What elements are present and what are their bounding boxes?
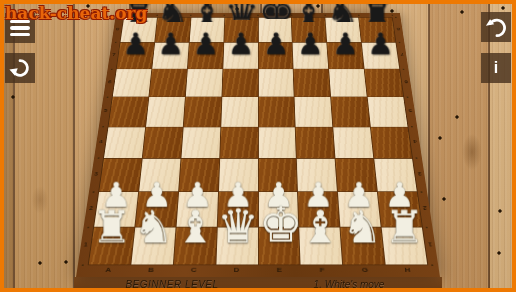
piece-black-pawn[interactable]: ♟ <box>188 28 222 57</box>
piece-black-pawn[interactable]: ♟ <box>223 28 257 57</box>
file-label-g: G <box>343 266 386 274</box>
menu-button[interactable] <box>5 13 35 43</box>
square-g6[interactable] <box>329 69 367 96</box>
frame-screw <box>399 42 401 43</box>
piece-white-knight[interactable]: ♞ <box>342 203 383 248</box>
frame-screw <box>98 158 100 159</box>
square-g1[interactable]: ♞ <box>341 227 385 264</box>
frame-screw <box>107 96 109 97</box>
square-c5[interactable] <box>183 97 221 126</box>
info-icon: i <box>494 60 498 76</box>
piece-black-pawn[interactable]: ♟ <box>258 28 292 57</box>
frame-screw <box>431 264 433 266</box>
square-d7[interactable]: ♟ <box>223 43 258 69</box>
square-f7[interactable]: ♟ <box>293 43 329 69</box>
frame-screw <box>420 191 422 192</box>
rank-label-right-4: 4 <box>410 139 420 144</box>
square-g5[interactable] <box>331 97 370 126</box>
rotate-board-icon <box>9 57 31 79</box>
hamburger-menu-icon <box>10 20 30 24</box>
square-g7[interactable]: ♟ <box>327 43 363 69</box>
square-h5[interactable] <box>368 97 408 126</box>
square-c4[interactable] <box>181 127 220 158</box>
square-f1[interactable]: ♝ <box>300 227 343 264</box>
frame-screw <box>416 158 418 159</box>
undo-button[interactable] <box>481 12 511 42</box>
board-perspective-wrapper: ♜♞♝♛♚♝♞♜♟♟♟♟♟♟♟♟♟♟♟♟♟♟♟♟♜♞♝♛♚♝♞♜ 8877665… <box>0 0 516 292</box>
square-g4[interactable] <box>333 127 373 158</box>
square-a7[interactable]: ♟ <box>117 43 154 69</box>
square-d6[interactable] <box>222 69 258 96</box>
piece-white-rook[interactable]: ♜ <box>91 203 132 248</box>
move-indicator: 1. White's move <box>279 279 419 290</box>
square-b1[interactable]: ♞ <box>131 227 175 264</box>
square-b4[interactable] <box>143 127 183 158</box>
square-b7[interactable]: ♟ <box>152 43 188 69</box>
frame-screw <box>111 68 113 69</box>
square-h7[interactable]: ♟ <box>362 43 399 69</box>
frame-screw <box>403 68 405 69</box>
square-e7[interactable]: ♟ <box>258 43 293 69</box>
square-c7[interactable]: ♟ <box>188 43 224 69</box>
piece-white-queen[interactable]: ♛ <box>217 201 258 248</box>
level-label: BEGINNER LEVEL <box>102 279 242 290</box>
frame-screw <box>407 96 409 97</box>
square-h1[interactable]: ♜ <box>382 227 427 264</box>
piece-white-rook[interactable]: ♜ <box>384 203 425 248</box>
rank-label-right-6: 6 <box>402 80 411 84</box>
square-a6[interactable] <box>113 69 152 96</box>
frame-screw <box>115 42 117 43</box>
piece-white-bishop[interactable]: ♝ <box>300 203 341 248</box>
square-h4[interactable] <box>371 127 412 158</box>
square-d5[interactable] <box>221 97 258 126</box>
piece-black-pawn[interactable]: ♟ <box>363 28 397 57</box>
square-e6[interactable] <box>258 69 294 96</box>
file-label-d: D <box>215 266 258 274</box>
piece-white-king[interactable]: ♚ <box>258 199 299 248</box>
square-f6[interactable] <box>294 69 331 96</box>
square-c6[interactable] <box>186 69 223 96</box>
frame-screw <box>119 17 121 18</box>
rank-label-right-7: 7 <box>398 53 407 57</box>
frame-screw <box>411 126 413 127</box>
square-a1[interactable]: ♜ <box>89 227 134 264</box>
frame-screw <box>426 227 428 229</box>
file-label-a: A <box>86 266 130 274</box>
file-label-f: F <box>301 266 344 274</box>
frame-screw <box>395 17 397 18</box>
square-e5[interactable] <box>258 97 295 126</box>
piece-black-pawn[interactable]: ♟ <box>118 28 152 57</box>
chess-board: ♜♞♝♛♚♝♞♜♟♟♟♟♟♟♟♟♟♟♟♟♟♟♟♟♜♞♝♛♚♝♞♜ 8877665… <box>76 13 440 277</box>
rank-label-right-5: 5 <box>406 109 415 113</box>
square-d1[interactable]: ♛ <box>216 227 257 264</box>
square-f5[interactable] <box>295 97 333 126</box>
file-label-b: B <box>129 266 172 274</box>
piece-black-pawn[interactable]: ♟ <box>153 28 187 57</box>
piece-black-pawn[interactable]: ♟ <box>328 28 362 57</box>
frame-screw <box>93 191 95 192</box>
board-front-face: BEGINNER LEVEL 1. White's move <box>74 277 442 292</box>
rank-label-right-1: 1 <box>425 242 436 248</box>
frame-screw <box>102 126 104 127</box>
square-b6[interactable] <box>149 69 187 96</box>
file-label-c: C <box>172 266 215 274</box>
square-h6[interactable] <box>365 69 404 96</box>
piece-white-bishop[interactable]: ♝ <box>175 203 216 248</box>
piece-black-pawn[interactable]: ♟ <box>293 28 327 57</box>
frame-screw <box>87 227 89 229</box>
square-c1[interactable]: ♝ <box>174 227 217 264</box>
piece-white-knight[interactable]: ♞ <box>133 203 174 248</box>
board-squares: ♜♞♝♛♚♝♞♜♟♟♟♟♟♟♟♟♟♟♟♟♟♟♟♟♜♞♝♛♚♝♞♜ <box>88 17 429 265</box>
square-e1[interactable]: ♚ <box>258 227 299 264</box>
file-label-h: H <box>386 266 430 274</box>
square-b5[interactable] <box>146 97 185 126</box>
square-a4[interactable] <box>104 127 145 158</box>
square-a5[interactable] <box>109 97 149 126</box>
info-button[interactable]: i <box>481 53 511 83</box>
rotate-board-button[interactable] <box>5 53 35 83</box>
frame-screw <box>82 264 84 266</box>
rank-label-right-3: 3 <box>415 171 425 176</box>
square-e4[interactable] <box>258 127 296 158</box>
app-screen: ♜♞♝♛♚♝♞♜♟♟♟♟♟♟♟♟♟♟♟♟♟♟♟♟♜♞♝♛♚♝♞♜ 8877665… <box>0 0 516 292</box>
square-d4[interactable] <box>220 127 258 158</box>
undo-icon <box>485 16 507 38</box>
square-f4[interactable] <box>296 127 335 158</box>
file-label-e: E <box>258 266 301 274</box>
